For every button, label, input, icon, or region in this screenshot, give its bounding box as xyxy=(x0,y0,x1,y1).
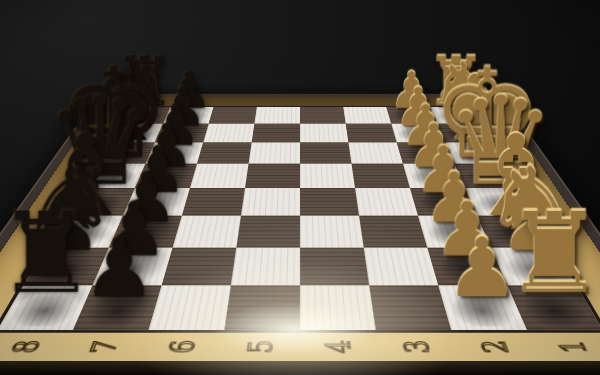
board-front-edge xyxy=(0,361,600,375)
square-b5[interactable] xyxy=(231,248,300,286)
square-a4[interactable] xyxy=(300,285,376,330)
square-h4[interactable] xyxy=(300,107,346,124)
board-grid: ♜♟♟♜♞♟♟♞♝♟♟♝♚♟♟♚♛♟♟♛♝♟♟♝♞♟♟♞♜♟♟♜ xyxy=(0,106,600,333)
square-b4[interactable] xyxy=(300,248,369,286)
perspective-scene: ♜♟♟♜♞♟♟♞♝♟♟♝♚♟♟♚♛♟♟♛♝♟♟♝♞♟♟♞♜♟♟♜ 8765432… xyxy=(0,0,600,375)
square-c4[interactable] xyxy=(300,216,364,248)
square-d5[interactable] xyxy=(241,188,300,216)
square-e5[interactable] xyxy=(245,164,300,188)
square-f4[interactable] xyxy=(300,143,351,164)
black-pawn-a7[interactable]: ♟ xyxy=(20,227,218,309)
square-d4[interactable] xyxy=(300,188,359,216)
square-c5[interactable] xyxy=(236,216,300,248)
square-h5[interactable] xyxy=(254,107,300,124)
square-f5[interactable] xyxy=(249,143,300,164)
scene: ♜♟♟♜♞♟♟♞♝♟♟♝♚♟♟♚♛♟♟♛♝♟♟♝♞♟♟♞♜♟♟♜ 8765432… xyxy=(0,0,600,375)
chessboard: ♜♟♟♜♞♟♟♞♝♟♟♝♚♟♟♚♛♟♟♛♝♟♟♝♞♟♟♞♜♟♟♜ 8765432… xyxy=(0,94,600,375)
square-g5[interactable] xyxy=(252,124,300,143)
brass-frame: ♜♟♟♜♞♟♟♞♝♟♟♝♚♟♟♚♛♟♟♛♝♟♟♝♞♟♟♞♜♟♟♜ 8765432… xyxy=(0,97,600,375)
square-a7[interactable]: ♟ xyxy=(73,285,162,330)
square-g4[interactable] xyxy=(300,124,348,143)
gold-rook-a1[interactable]: ♜ xyxy=(455,198,600,309)
square-e4[interactable] xyxy=(300,164,355,188)
square-a5[interactable] xyxy=(224,285,300,330)
